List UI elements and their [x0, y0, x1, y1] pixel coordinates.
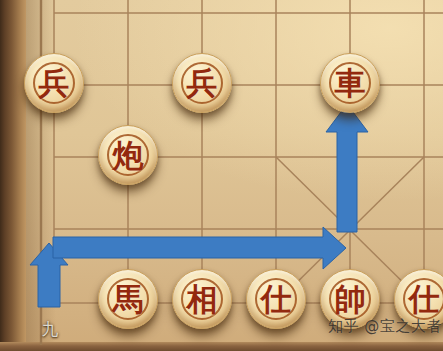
piece-soldier[interactable]: 兵 [24, 53, 84, 113]
piece-chariot[interactable]: 車 [320, 53, 380, 113]
piece-character: 兵 [173, 54, 231, 112]
piece-cannon[interactable]: 炮 [98, 125, 158, 185]
piece-character: 炮 [99, 126, 157, 184]
watermark: 知乎 @宝之大者 [328, 317, 442, 336]
piece-character: 車 [321, 54, 379, 112]
piece-character: 馬 [99, 270, 157, 328]
file-label-9: 九 [38, 318, 62, 341]
piece-elephant[interactable]: 相 [172, 269, 232, 329]
piece-character: 兵 [25, 54, 83, 112]
piece-character: 相 [173, 270, 231, 328]
xiangqi-board-screenshot: 兵兵車炮馬相仕帥仕 九 知乎 @宝之大者 [0, 0, 443, 351]
board[interactable]: 兵兵車炮馬相仕帥仕 [17, 0, 443, 337]
piece-advisor[interactable]: 仕 [246, 269, 306, 329]
piece-soldier[interactable]: 兵 [172, 53, 232, 113]
piece-horse[interactable]: 馬 [98, 269, 158, 329]
piece-character: 仕 [247, 270, 305, 328]
